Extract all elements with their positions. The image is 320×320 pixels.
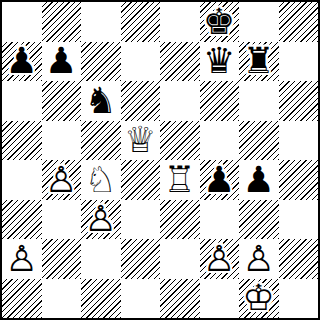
white-king-silhouette: ♚ bbox=[239, 279, 279, 319]
black-queen-piece: ♛ bbox=[200, 42, 240, 82]
square-b8[interactable] bbox=[42, 2, 82, 42]
black-pawn-silhouette: ♟ bbox=[200, 160, 240, 200]
square-f6[interactable] bbox=[200, 81, 240, 121]
black-pawn-piece: ♟ bbox=[2, 42, 42, 82]
square-g3[interactable] bbox=[239, 200, 279, 240]
black-pawn-silhouette: ♟ bbox=[2, 42, 42, 82]
white-rook-piece: ♖ bbox=[160, 160, 200, 200]
square-d2[interactable] bbox=[121, 239, 161, 279]
square-e1[interactable] bbox=[160, 279, 200, 319]
white-pawn-piece: ♙ bbox=[42, 160, 82, 200]
white-knight-silhouette: ♞ bbox=[81, 160, 121, 200]
black-king-silhouette: ♚ bbox=[200, 2, 240, 42]
square-h6[interactable] bbox=[279, 81, 319, 121]
square-e6[interactable] bbox=[160, 81, 200, 121]
square-h7[interactable] bbox=[279, 42, 319, 82]
white-pawn-piece: ♙ bbox=[200, 239, 240, 279]
chess-diagram: ♚♚♟♟♟♟♛♛♜♜♞♞♛♕♟♙♞♘♜♖♟♟♟♟♟♙♟♙♟♙♟♙♚♔ bbox=[0, 0, 320, 320]
square-a4[interactable] bbox=[2, 160, 42, 200]
square-e5[interactable] bbox=[160, 121, 200, 161]
white-queen-silhouette: ♛ bbox=[121, 121, 161, 161]
square-a8[interactable] bbox=[2, 2, 42, 42]
square-f3[interactable] bbox=[200, 200, 240, 240]
square-g2[interactable]: ♟♙ bbox=[239, 239, 279, 279]
white-queen-piece: ♕ bbox=[121, 121, 161, 161]
white-pawn-silhouette: ♟ bbox=[2, 239, 42, 279]
square-h5[interactable] bbox=[279, 121, 319, 161]
square-f7[interactable]: ♛♛ bbox=[200, 42, 240, 82]
square-d1[interactable] bbox=[121, 279, 161, 319]
black-pawn-piece: ♟ bbox=[239, 160, 279, 200]
square-c1[interactable] bbox=[81, 279, 121, 319]
square-d7[interactable] bbox=[121, 42, 161, 82]
square-e2[interactable] bbox=[160, 239, 200, 279]
square-h2[interactable] bbox=[279, 239, 319, 279]
square-e3[interactable] bbox=[160, 200, 200, 240]
square-h4[interactable] bbox=[279, 160, 319, 200]
square-f2[interactable]: ♟♙ bbox=[200, 239, 240, 279]
square-b6[interactable] bbox=[42, 81, 82, 121]
square-a2[interactable]: ♟♙ bbox=[2, 239, 42, 279]
square-a7[interactable]: ♟♟ bbox=[2, 42, 42, 82]
square-a5[interactable] bbox=[2, 121, 42, 161]
square-b4[interactable]: ♟♙ bbox=[42, 160, 82, 200]
white-pawn-silhouette: ♟ bbox=[81, 200, 121, 240]
square-h8[interactable] bbox=[279, 2, 319, 42]
black-pawn-piece: ♟ bbox=[200, 160, 240, 200]
square-b3[interactable] bbox=[42, 200, 82, 240]
black-pawn-silhouette: ♟ bbox=[42, 42, 82, 82]
square-g5[interactable] bbox=[239, 121, 279, 161]
square-d5[interactable]: ♛♕ bbox=[121, 121, 161, 161]
square-f8[interactable]: ♚♚ bbox=[200, 2, 240, 42]
square-c7[interactable] bbox=[81, 42, 121, 82]
square-g6[interactable] bbox=[239, 81, 279, 121]
black-pawn-piece: ♟ bbox=[42, 42, 82, 82]
white-pawn-silhouette: ♟ bbox=[42, 160, 82, 200]
square-g4[interactable]: ♟♟ bbox=[239, 160, 279, 200]
square-f5[interactable] bbox=[200, 121, 240, 161]
square-a6[interactable] bbox=[2, 81, 42, 121]
black-pawn-silhouette: ♟ bbox=[239, 160, 279, 200]
white-knight-piece: ♘ bbox=[81, 160, 121, 200]
square-f1[interactable] bbox=[200, 279, 240, 319]
square-a3[interactable] bbox=[2, 200, 42, 240]
square-c4[interactable]: ♞♘ bbox=[81, 160, 121, 200]
square-c8[interactable] bbox=[81, 2, 121, 42]
square-g7[interactable]: ♜♜ bbox=[239, 42, 279, 82]
square-b1[interactable] bbox=[42, 279, 82, 319]
square-g8[interactable] bbox=[239, 2, 279, 42]
square-f4[interactable]: ♟♟ bbox=[200, 160, 240, 200]
black-king-piece: ♚ bbox=[200, 2, 240, 42]
chess-board: ♚♚♟♟♟♟♛♛♜♜♞♞♛♕♟♙♞♘♜♖♟♟♟♟♟♙♟♙♟♙♟♙♚♔ bbox=[0, 0, 320, 320]
square-h3[interactable] bbox=[279, 200, 319, 240]
square-h1[interactable] bbox=[279, 279, 319, 319]
white-pawn-piece: ♙ bbox=[2, 239, 42, 279]
square-b7[interactable]: ♟♟ bbox=[42, 42, 82, 82]
square-d4[interactable] bbox=[121, 160, 161, 200]
square-c5[interactable] bbox=[81, 121, 121, 161]
square-g1[interactable]: ♚♔ bbox=[239, 279, 279, 319]
square-e8[interactable] bbox=[160, 2, 200, 42]
white-pawn-piece: ♙ bbox=[239, 239, 279, 279]
black-rook-silhouette: ♜ bbox=[239, 42, 279, 82]
square-d3[interactable] bbox=[121, 200, 161, 240]
square-c6[interactable]: ♞♞ bbox=[81, 81, 121, 121]
white-pawn-silhouette: ♟ bbox=[200, 239, 240, 279]
square-c2[interactable] bbox=[81, 239, 121, 279]
square-d6[interactable] bbox=[121, 81, 161, 121]
black-knight-silhouette: ♞ bbox=[81, 81, 121, 121]
square-e4[interactable]: ♜♖ bbox=[160, 160, 200, 200]
square-c3[interactable]: ♟♙ bbox=[81, 200, 121, 240]
square-a1[interactable] bbox=[2, 279, 42, 319]
black-rook-piece: ♜ bbox=[239, 42, 279, 82]
square-d8[interactable] bbox=[121, 2, 161, 42]
white-pawn-piece: ♙ bbox=[81, 200, 121, 240]
white-rook-silhouette: ♜ bbox=[160, 160, 200, 200]
square-b2[interactable] bbox=[42, 239, 82, 279]
black-queen-silhouette: ♛ bbox=[200, 42, 240, 82]
black-knight-piece: ♞ bbox=[81, 81, 121, 121]
white-pawn-silhouette: ♟ bbox=[239, 239, 279, 279]
square-e7[interactable] bbox=[160, 42, 200, 82]
white-king-piece: ♔ bbox=[239, 279, 279, 319]
square-b5[interactable] bbox=[42, 121, 82, 161]
